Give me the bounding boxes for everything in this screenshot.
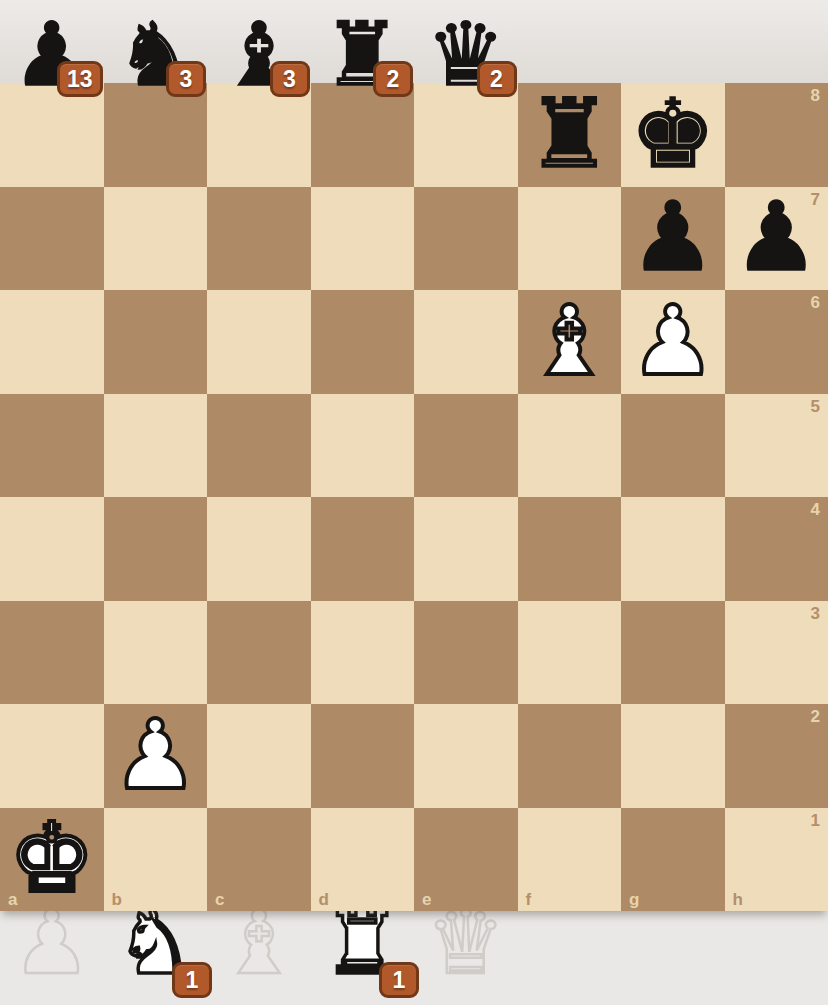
square-b5[interactable] [104, 394, 208, 498]
square-a7[interactable] [0, 187, 104, 291]
square-h1[interactable]: 1h [725, 808, 828, 912]
rank-label-6: 6 [811, 294, 820, 311]
chess-board: ♜♚8♟7♟♝♟6543♟2a♚bcdefg1h [0, 83, 828, 911]
square-c7[interactable] [207, 187, 311, 291]
rank-label-2: 2 [811, 708, 820, 725]
captured-slot-black-rook: ♜2 [311, 0, 415, 83]
square-b4[interactable] [104, 497, 208, 601]
captured-slot-black-queen: ♛2 [414, 0, 518, 83]
square-e3[interactable] [414, 601, 518, 705]
file-label-a: a [8, 891, 17, 908]
captured-slot-white-knight: ♞1 [104, 911, 208, 1005]
square-d4[interactable] [311, 497, 415, 601]
square-g7[interactable]: ♟ [621, 187, 725, 291]
square-a2[interactable] [0, 704, 104, 808]
rank-label-4: 4 [811, 501, 820, 518]
square-h4[interactable]: 4 [725, 497, 828, 601]
ghost-white-bishop-icon: ♝ [219, 903, 298, 983]
square-f6[interactable]: ♝ [518, 290, 622, 394]
square-a1[interactable]: a♚ [0, 808, 104, 912]
square-b2[interactable]: ♟ [104, 704, 208, 808]
square-h7[interactable]: 7♟ [725, 187, 828, 291]
square-g6[interactable]: ♟ [621, 290, 725, 394]
square-h3[interactable]: 3 [725, 601, 828, 705]
square-a4[interactable] [0, 497, 104, 601]
square-c6[interactable] [207, 290, 311, 394]
square-g8[interactable]: ♚ [621, 83, 725, 187]
square-g5[interactable] [621, 394, 725, 498]
captured-slot-white-queen: ♛ [414, 911, 518, 1005]
square-b3[interactable] [104, 601, 208, 705]
rank-label-3: 3 [811, 605, 820, 622]
square-e1[interactable]: e [414, 808, 518, 912]
captured-slot-white-rook: ♜1 [311, 911, 415, 1005]
white-pawn[interactable]: ♟ [630, 291, 716, 391]
captured-slot-black-bishop: ♝3 [207, 0, 311, 83]
square-c2[interactable] [207, 704, 311, 808]
rank-label-7: 7 [811, 191, 820, 208]
rank-label-5: 5 [811, 398, 820, 415]
square-a5[interactable] [0, 394, 104, 498]
square-h6[interactable]: 6 [725, 290, 828, 394]
captured-tray-bottom: ♟♞1♝♜1♛ [0, 911, 828, 1005]
square-a3[interactable] [0, 601, 104, 705]
square-e7[interactable] [414, 187, 518, 291]
captured-slot-white-pawn: ♟ [0, 911, 104, 1005]
square-f5[interactable] [518, 394, 622, 498]
file-label-d: d [319, 891, 329, 908]
square-f2[interactable] [518, 704, 622, 808]
white-king[interactable]: ♚ [9, 808, 95, 908]
square-e5[interactable] [414, 394, 518, 498]
file-label-h: h [733, 891, 743, 908]
square-b6[interactable] [104, 290, 208, 394]
square-f4[interactable] [518, 497, 622, 601]
square-f8[interactable]: ♜ [518, 83, 622, 187]
captured-slot-black-pawn: ♟13 [0, 0, 104, 83]
ghost-white-queen-icon: ♛ [426, 903, 505, 983]
square-f3[interactable] [518, 601, 622, 705]
square-d1[interactable]: d [311, 808, 415, 912]
white-pawn[interactable]: ♟ [112, 705, 198, 805]
square-g3[interactable] [621, 601, 725, 705]
square-g1[interactable]: g [621, 808, 725, 912]
black-pawn[interactable]: ♟ [630, 187, 716, 287]
black-pawn[interactable]: ♟ [733, 187, 819, 287]
square-a6[interactable] [0, 290, 104, 394]
captured-slot-black-knight: ♞3 [104, 0, 208, 83]
captured-tray-top: ♟13♞3♝3♜2♛2 [0, 0, 828, 83]
capture-count-badge-black-knight: 3 [166, 61, 206, 97]
square-b1[interactable]: b [104, 808, 208, 912]
square-c3[interactable] [207, 601, 311, 705]
file-label-e: e [422, 891, 431, 908]
square-f1[interactable]: f [518, 808, 622, 912]
square-d3[interactable] [311, 601, 415, 705]
square-b7[interactable] [104, 187, 208, 291]
square-d6[interactable] [311, 290, 415, 394]
square-d2[interactable] [311, 704, 415, 808]
square-e2[interactable] [414, 704, 518, 808]
white-bishop[interactable]: ♝ [526, 291, 612, 391]
ghost-white-pawn-icon: ♟ [12, 903, 91, 983]
square-d7[interactable] [311, 187, 415, 291]
rank-label-1: 1 [811, 812, 820, 829]
square-h2[interactable]: 2 [725, 704, 828, 808]
square-e4[interactable] [414, 497, 518, 601]
black-king[interactable]: ♚ [630, 84, 716, 184]
square-c4[interactable] [207, 497, 311, 601]
square-h8[interactable]: 8 [725, 83, 828, 187]
capture-count-badge-black-queen: 2 [477, 61, 517, 97]
square-c1[interactable]: c [207, 808, 311, 912]
black-rook[interactable]: ♜ [526, 84, 612, 184]
file-label-b: b [112, 891, 122, 908]
captured-slot-white-bishop: ♝ [207, 911, 311, 1005]
file-label-g: g [629, 891, 639, 908]
square-g2[interactable] [621, 704, 725, 808]
capture-count-badge-black-pawn: 13 [57, 61, 103, 97]
capture-count-badge-white-knight: 1 [172, 962, 212, 998]
square-h5[interactable]: 5 [725, 394, 828, 498]
square-e6[interactable] [414, 290, 518, 394]
capture-count-badge-white-rook: 1 [379, 962, 419, 998]
file-label-c: c [215, 891, 224, 908]
square-d5[interactable] [311, 394, 415, 498]
file-label-f: f [526, 891, 532, 908]
capture-count-badge-black-bishop: 3 [270, 61, 310, 97]
square-f7[interactable] [518, 187, 622, 291]
square-c5[interactable] [207, 394, 311, 498]
chess-app: ♟13♞3♝3♜2♛2 ♜♚8♟7♟♝♟6543♟2a♚bcdefg1h ♟♞1… [0, 0, 828, 1005]
capture-count-badge-black-rook: 2 [373, 61, 413, 97]
rank-label-8: 8 [811, 87, 820, 104]
square-g4[interactable] [621, 497, 725, 601]
